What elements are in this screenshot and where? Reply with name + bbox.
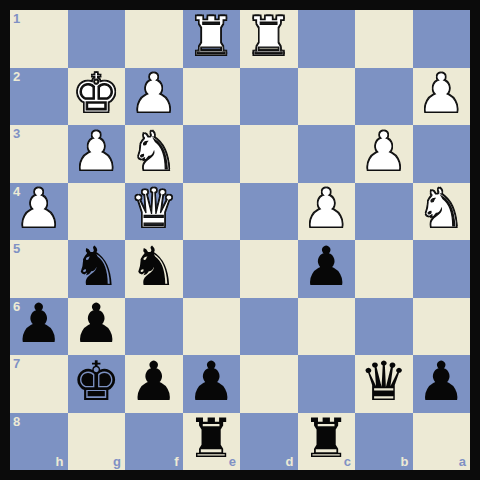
square-e8[interactable]: e♜ xyxy=(183,413,241,471)
white-pawn-a2[interactable]: ♟ xyxy=(417,67,465,121)
white-knight-f3[interactable]: ♞ xyxy=(130,125,178,179)
white-king-g2[interactable]: ♚ xyxy=(72,67,120,121)
rank-label-7: 7 xyxy=(13,357,20,370)
square-a4[interactable]: ♞ xyxy=(413,183,471,241)
white-pawn-g3[interactable]: ♟ xyxy=(72,125,120,179)
square-a8[interactable]: a xyxy=(413,413,471,471)
square-f3[interactable]: ♞ xyxy=(125,125,183,183)
square-c6[interactable] xyxy=(298,298,356,356)
square-c5[interactable]: ♟ xyxy=(298,240,356,298)
square-d2[interactable] xyxy=(240,68,298,126)
file-label-d: d xyxy=(286,455,294,468)
white-rook-e1[interactable]: ♜ xyxy=(187,10,235,64)
chess-board: 1♜♜2♚♟♟3♟♞♟4♟♛♟♞5♞♞♟6♟♟7♚♟♟♛♟8hgfe♜dc♜ba xyxy=(10,10,470,470)
square-e2[interactable] xyxy=(183,68,241,126)
square-c8[interactable]: c♜ xyxy=(298,413,356,471)
square-h3[interactable]: 3 xyxy=(10,125,68,183)
square-h6[interactable]: 6♟ xyxy=(10,298,68,356)
square-e5[interactable] xyxy=(183,240,241,298)
square-a6[interactable] xyxy=(413,298,471,356)
file-label-g: g xyxy=(113,455,121,468)
square-b8[interactable]: b xyxy=(355,413,413,471)
square-d5[interactable] xyxy=(240,240,298,298)
black-knight-f5[interactable]: ♞ xyxy=(130,240,178,294)
rank-label-8: 8 xyxy=(13,415,20,428)
square-b4[interactable] xyxy=(355,183,413,241)
board-frame: 1♜♜2♚♟♟3♟♞♟4♟♛♟♞5♞♞♟6♟♟7♚♟♟♛♟8hgfe♜dc♜ba xyxy=(0,0,480,480)
square-g7[interactable]: ♚ xyxy=(68,355,126,413)
black-pawn-g6[interactable]: ♟ xyxy=(72,297,120,351)
square-b3[interactable]: ♟ xyxy=(355,125,413,183)
black-pawn-a7[interactable]: ♟ xyxy=(417,355,465,409)
black-pawn-e7[interactable]: ♟ xyxy=(187,355,235,409)
white-rook-d1[interactable]: ♜ xyxy=(245,10,293,64)
rank-label-2: 2 xyxy=(13,70,20,83)
square-f4[interactable]: ♛ xyxy=(125,183,183,241)
square-a3[interactable] xyxy=(413,125,471,183)
square-f2[interactable]: ♟ xyxy=(125,68,183,126)
square-c3[interactable] xyxy=(298,125,356,183)
file-label-f: f xyxy=(174,455,178,468)
square-g8[interactable]: g xyxy=(68,413,126,471)
square-e6[interactable] xyxy=(183,298,241,356)
file-label-a: a xyxy=(459,455,466,468)
square-h1[interactable]: 1 xyxy=(10,10,68,68)
white-pawn-h4[interactable]: ♟ xyxy=(15,182,63,236)
square-d1[interactable]: ♜ xyxy=(240,10,298,68)
black-rook-c8[interactable]: ♜ xyxy=(302,412,350,466)
square-c2[interactable] xyxy=(298,68,356,126)
square-b2[interactable] xyxy=(355,68,413,126)
file-label-h: h xyxy=(56,455,64,468)
rank-label-5: 5 xyxy=(13,242,20,255)
square-d7[interactable] xyxy=(240,355,298,413)
square-e7[interactable]: ♟ xyxy=(183,355,241,413)
square-c1[interactable] xyxy=(298,10,356,68)
black-pawn-f7[interactable]: ♟ xyxy=(130,355,178,409)
white-knight-a4[interactable]: ♞ xyxy=(417,182,465,236)
black-queen-b7[interactable]: ♛ xyxy=(360,355,408,409)
square-g2[interactable]: ♚ xyxy=(68,68,126,126)
square-h8[interactable]: 8h xyxy=(10,413,68,471)
square-b6[interactable] xyxy=(355,298,413,356)
square-g4[interactable] xyxy=(68,183,126,241)
square-d3[interactable] xyxy=(240,125,298,183)
square-h2[interactable]: 2 xyxy=(10,68,68,126)
black-pawn-h6[interactable]: ♟ xyxy=(15,297,63,351)
square-a5[interactable] xyxy=(413,240,471,298)
file-label-b: b xyxy=(401,455,409,468)
square-a2[interactable]: ♟ xyxy=(413,68,471,126)
white-pawn-f2[interactable]: ♟ xyxy=(130,67,178,121)
square-g1[interactable] xyxy=(68,10,126,68)
square-h4[interactable]: 4♟ xyxy=(10,183,68,241)
square-h5[interactable]: 5 xyxy=(10,240,68,298)
square-f1[interactable] xyxy=(125,10,183,68)
black-knight-g5[interactable]: ♞ xyxy=(72,240,120,294)
square-b7[interactable]: ♛ xyxy=(355,355,413,413)
square-d4[interactable] xyxy=(240,183,298,241)
square-d8[interactable]: d xyxy=(240,413,298,471)
square-f8[interactable]: f xyxy=(125,413,183,471)
square-c4[interactable]: ♟ xyxy=(298,183,356,241)
square-e4[interactable] xyxy=(183,183,241,241)
square-c7[interactable] xyxy=(298,355,356,413)
white-pawn-c4[interactable]: ♟ xyxy=(302,182,350,236)
square-a7[interactable]: ♟ xyxy=(413,355,471,413)
rank-label-1: 1 xyxy=(13,12,20,25)
white-pawn-b3[interactable]: ♟ xyxy=(360,125,408,179)
square-e3[interactable] xyxy=(183,125,241,183)
black-rook-e8[interactable]: ♜ xyxy=(187,412,235,466)
square-a1[interactable] xyxy=(413,10,471,68)
square-f6[interactable] xyxy=(125,298,183,356)
square-b5[interactable] xyxy=(355,240,413,298)
white-queen-f4[interactable]: ♛ xyxy=(130,182,178,236)
square-f7[interactable]: ♟ xyxy=(125,355,183,413)
square-e1[interactable]: ♜ xyxy=(183,10,241,68)
black-pawn-c5[interactable]: ♟ xyxy=(302,240,350,294)
square-g6[interactable]: ♟ xyxy=(68,298,126,356)
square-h7[interactable]: 7 xyxy=(10,355,68,413)
square-g5[interactable]: ♞ xyxy=(68,240,126,298)
square-f5[interactable]: ♞ xyxy=(125,240,183,298)
square-b1[interactable] xyxy=(355,10,413,68)
black-king-g7[interactable]: ♚ xyxy=(72,355,120,409)
square-d6[interactable] xyxy=(240,298,298,356)
rank-label-3: 3 xyxy=(13,127,20,140)
square-g3[interactable]: ♟ xyxy=(68,125,126,183)
